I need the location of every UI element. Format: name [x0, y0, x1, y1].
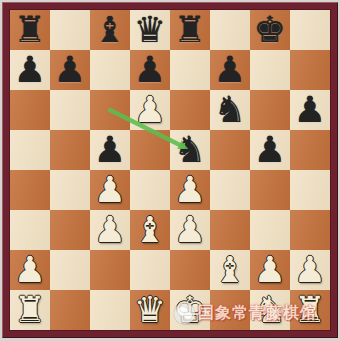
square-b8 [50, 10, 90, 50]
square-c1 [90, 290, 130, 330]
square-a4 [10, 170, 50, 210]
piece-black-pawn: ♟ [90, 130, 130, 170]
square-b6 [50, 90, 90, 130]
piece-white-bishop: ♝ [210, 250, 250, 290]
square-e7 [170, 50, 210, 90]
piece-white-pawn: ♟ [130, 90, 170, 130]
square-f4 [210, 170, 250, 210]
square-a3 [10, 210, 50, 250]
square-a2: ♟ [10, 250, 50, 290]
square-g6 [250, 90, 290, 130]
square-d2 [130, 250, 170, 290]
piece-black-rook: ♜ [170, 10, 210, 50]
square-h2: ♟ [290, 250, 330, 290]
square-c4: ♟ [90, 170, 130, 210]
square-g5: ♟ [250, 130, 290, 170]
piece-white-knight: ♞ [250, 290, 290, 330]
square-f5 [210, 130, 250, 170]
piece-black-king: ♚ [250, 10, 290, 50]
board-frame: ♜♝♛♜♚♟♟♟♟♟♞♟♟♞♟♟♟♟♝♟♟♝♟♟♜♛♚♞♜ 国象常青藤棋馆 [2, 2, 338, 338]
piece-black-bishop: ♝ [90, 10, 130, 50]
piece-black-queen: ♛ [130, 10, 170, 50]
piece-black-pawn: ♟ [10, 50, 50, 90]
square-f1 [210, 290, 250, 330]
square-f3 [210, 210, 250, 250]
square-c5: ♟ [90, 130, 130, 170]
piece-black-knight: ♞ [170, 130, 210, 170]
square-c8: ♝ [90, 10, 130, 50]
piece-white-pawn: ♟ [90, 170, 130, 210]
square-f8 [210, 10, 250, 50]
square-a6 [10, 90, 50, 130]
square-b4 [50, 170, 90, 210]
piece-white-pawn: ♟ [90, 210, 130, 250]
square-d6: ♟ [130, 90, 170, 130]
square-c2 [90, 250, 130, 290]
square-b7: ♟ [50, 50, 90, 90]
square-e3: ♟ [170, 210, 210, 250]
piece-black-pawn: ♟ [250, 130, 290, 170]
piece-black-rook: ♜ [10, 10, 50, 50]
square-e6 [170, 90, 210, 130]
square-f2: ♝ [210, 250, 250, 290]
square-e2 [170, 250, 210, 290]
piece-white-pawn: ♟ [10, 250, 50, 290]
square-g4 [250, 170, 290, 210]
piece-white-queen: ♛ [130, 290, 170, 330]
square-b3 [50, 210, 90, 250]
chess-diagram-screenshot: ♜♝♛♜♚♟♟♟♟♟♞♟♟♞♟♟♟♟♝♟♟♝♟♟♜♛♚♞♜ 国象常青藤棋馆 [0, 0, 340, 341]
square-f7: ♟ [210, 50, 250, 90]
square-d7: ♟ [130, 50, 170, 90]
square-b1 [50, 290, 90, 330]
piece-black-pawn: ♟ [50, 50, 90, 90]
piece-white-pawn: ♟ [170, 210, 210, 250]
square-e4: ♟ [170, 170, 210, 210]
square-h3 [290, 210, 330, 250]
square-d5 [130, 130, 170, 170]
square-d1: ♛ [130, 290, 170, 330]
square-b2 [50, 250, 90, 290]
piece-black-pawn: ♟ [130, 50, 170, 90]
piece-white-pawn: ♟ [170, 170, 210, 210]
square-e5: ♞ [170, 130, 210, 170]
piece-black-knight: ♞ [210, 90, 250, 130]
square-h6: ♟ [290, 90, 330, 130]
square-h5 [290, 130, 330, 170]
square-h1: ♜ [290, 290, 330, 330]
piece-white-bishop: ♝ [130, 210, 170, 250]
square-g3 [250, 210, 290, 250]
square-g7 [250, 50, 290, 90]
square-h8 [290, 10, 330, 50]
square-d3: ♝ [130, 210, 170, 250]
square-a8: ♜ [10, 10, 50, 50]
piece-white-rook: ♜ [10, 290, 50, 330]
piece-white-king: ♚ [170, 290, 210, 330]
square-a1: ♜ [10, 290, 50, 330]
square-g1: ♞ [250, 290, 290, 330]
square-h4 [290, 170, 330, 210]
square-h7 [290, 50, 330, 90]
square-g2: ♟ [250, 250, 290, 290]
piece-white-pawn: ♟ [290, 250, 330, 290]
piece-white-rook: ♜ [290, 290, 330, 330]
piece-white-pawn: ♟ [250, 250, 290, 290]
square-d4 [130, 170, 170, 210]
square-d8: ♛ [130, 10, 170, 50]
square-b5 [50, 130, 90, 170]
square-c3: ♟ [90, 210, 130, 250]
square-a5 [10, 130, 50, 170]
square-c6 [90, 90, 130, 130]
square-e8: ♜ [170, 10, 210, 50]
piece-black-pawn: ♟ [210, 50, 250, 90]
square-e1: ♚ [170, 290, 210, 330]
square-f6: ♞ [210, 90, 250, 130]
piece-black-pawn: ♟ [290, 90, 330, 130]
chess-board: ♜♝♛♜♚♟♟♟♟♟♞♟♟♞♟♟♟♟♝♟♟♝♟♟♜♛♚♞♜ [10, 10, 330, 330]
square-g8: ♚ [250, 10, 290, 50]
square-c7 [90, 50, 130, 90]
square-a7: ♟ [10, 50, 50, 90]
